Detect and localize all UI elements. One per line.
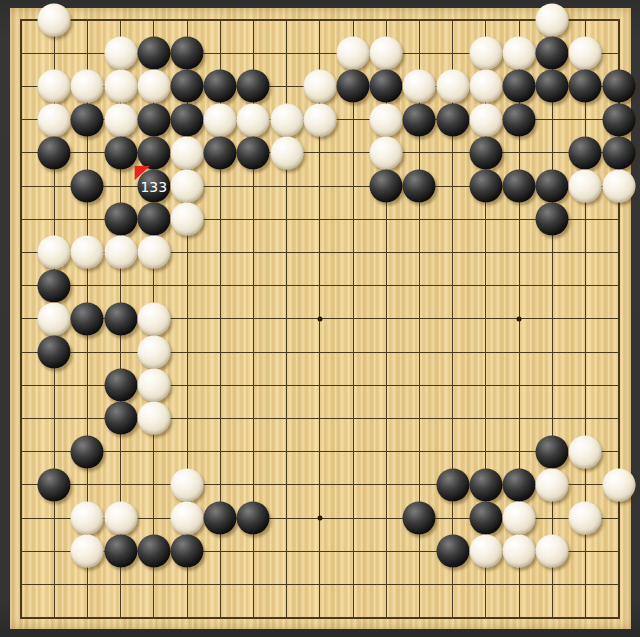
white-stone bbox=[104, 502, 137, 535]
white-stone bbox=[104, 236, 137, 269]
white-stone bbox=[38, 103, 71, 136]
black-stone bbox=[469, 170, 502, 203]
black-stone bbox=[602, 70, 635, 103]
white-stone bbox=[602, 468, 635, 501]
black-stone bbox=[38, 336, 71, 369]
white-stone bbox=[71, 535, 104, 568]
white-stone bbox=[270, 103, 303, 136]
white-stone bbox=[137, 402, 170, 435]
black-stone bbox=[403, 103, 436, 136]
black-stone bbox=[104, 402, 137, 435]
black-stone bbox=[536, 70, 569, 103]
black-stone bbox=[237, 70, 270, 103]
black-stone bbox=[503, 468, 536, 501]
white-stone bbox=[303, 103, 336, 136]
white-stone bbox=[569, 435, 602, 468]
white-stone bbox=[469, 37, 502, 70]
black-stone bbox=[503, 103, 536, 136]
black-stone bbox=[38, 136, 71, 169]
white-stone bbox=[503, 502, 536, 535]
black-stone bbox=[104, 302, 137, 335]
white-stone bbox=[171, 468, 204, 501]
white-stone bbox=[204, 103, 237, 136]
white-stone bbox=[370, 37, 403, 70]
black-stone bbox=[237, 502, 270, 535]
white-stone bbox=[237, 103, 270, 136]
white-stone bbox=[38, 4, 71, 37]
white-stone bbox=[403, 70, 436, 103]
white-stone bbox=[370, 136, 403, 169]
black-stone bbox=[204, 70, 237, 103]
white-stone bbox=[71, 236, 104, 269]
black-stone bbox=[469, 468, 502, 501]
white-stone bbox=[469, 535, 502, 568]
black-stone bbox=[38, 468, 71, 501]
black-stone bbox=[71, 103, 104, 136]
white-stone bbox=[569, 37, 602, 70]
black-stone bbox=[38, 269, 71, 302]
black-stone bbox=[171, 103, 204, 136]
black-stone bbox=[137, 535, 170, 568]
white-stone bbox=[104, 103, 137, 136]
black-stone bbox=[104, 136, 137, 169]
white-stone bbox=[337, 37, 370, 70]
white-stone bbox=[38, 302, 71, 335]
black-stone bbox=[602, 103, 635, 136]
black-stone bbox=[536, 170, 569, 203]
star-point bbox=[517, 316, 522, 321]
black-stone bbox=[71, 302, 104, 335]
black-stone bbox=[370, 170, 403, 203]
black-stone bbox=[536, 435, 569, 468]
black-stone bbox=[370, 70, 403, 103]
white-stone bbox=[137, 302, 170, 335]
black-stone bbox=[602, 136, 635, 169]
black-stone bbox=[436, 468, 469, 501]
white-stone bbox=[38, 236, 71, 269]
black-stone bbox=[536, 37, 569, 70]
grid-line bbox=[20, 584, 620, 585]
black-stone bbox=[137, 37, 170, 70]
black-stone bbox=[104, 535, 137, 568]
white-stone bbox=[104, 70, 137, 103]
grid-line bbox=[20, 352, 620, 353]
white-stone bbox=[370, 103, 403, 136]
black-stone bbox=[569, 136, 602, 169]
white-stone bbox=[137, 236, 170, 269]
black-stone bbox=[204, 136, 237, 169]
white-stone bbox=[171, 203, 204, 236]
white-stone bbox=[137, 336, 170, 369]
white-stone bbox=[71, 70, 104, 103]
grid-line bbox=[20, 451, 620, 452]
black-stone bbox=[137, 136, 170, 169]
white-stone bbox=[71, 502, 104, 535]
white-stone bbox=[171, 170, 204, 203]
black-stone bbox=[337, 70, 370, 103]
white-stone bbox=[270, 136, 303, 169]
star-point bbox=[317, 316, 322, 321]
black-stone bbox=[171, 70, 204, 103]
white-stone bbox=[536, 535, 569, 568]
white-stone bbox=[436, 70, 469, 103]
grid-line bbox=[20, 617, 620, 619]
white-stone bbox=[503, 37, 536, 70]
white-stone bbox=[602, 170, 635, 203]
black-stone bbox=[204, 502, 237, 535]
white-stone bbox=[104, 37, 137, 70]
black-stone bbox=[137, 103, 170, 136]
black-stone bbox=[237, 136, 270, 169]
go-board[interactable]: 133 bbox=[10, 8, 631, 629]
star-point bbox=[317, 516, 322, 521]
black-stone bbox=[569, 70, 602, 103]
black-stone bbox=[503, 70, 536, 103]
white-stone bbox=[569, 502, 602, 535]
black-stone bbox=[104, 203, 137, 236]
black-stone bbox=[71, 170, 104, 203]
black-stone bbox=[403, 170, 436, 203]
move-number-label: 133 bbox=[137, 170, 170, 203]
black-stone bbox=[171, 535, 204, 568]
black-stone bbox=[469, 136, 502, 169]
white-stone bbox=[137, 369, 170, 402]
grid-line bbox=[552, 19, 553, 619]
black-stone bbox=[469, 502, 502, 535]
white-stone bbox=[38, 70, 71, 103]
white-stone bbox=[171, 502, 204, 535]
go-board-frame: 133 bbox=[0, 0, 640, 637]
black-stone bbox=[403, 502, 436, 535]
white-stone bbox=[469, 70, 502, 103]
white-stone bbox=[469, 103, 502, 136]
white-stone bbox=[536, 468, 569, 501]
white-stone bbox=[503, 535, 536, 568]
grid-line bbox=[353, 19, 354, 619]
white-stone bbox=[137, 70, 170, 103]
white-stone bbox=[303, 70, 336, 103]
white-stone bbox=[569, 170, 602, 203]
black-stone bbox=[436, 535, 469, 568]
white-stone bbox=[171, 136, 204, 169]
black-stone bbox=[71, 435, 104, 468]
black-stone bbox=[137, 203, 170, 236]
black-stone bbox=[436, 103, 469, 136]
black-stone bbox=[503, 170, 536, 203]
black-stone bbox=[171, 37, 204, 70]
black-stone bbox=[104, 369, 137, 402]
white-stone bbox=[536, 4, 569, 37]
black-stone bbox=[536, 203, 569, 236]
black-stone: 133 bbox=[137, 170, 170, 203]
